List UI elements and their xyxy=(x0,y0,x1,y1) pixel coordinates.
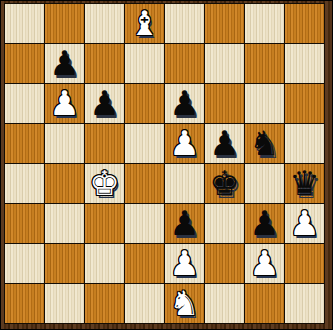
square-e2[interactable]: ♟ xyxy=(165,244,204,283)
square-f2[interactable] xyxy=(205,244,244,283)
square-h2[interactable] xyxy=(285,244,324,283)
square-a4[interactable] xyxy=(5,164,44,203)
square-e5[interactable]: ♟ xyxy=(165,124,204,163)
square-h7[interactable] xyxy=(285,44,324,83)
square-b4[interactable] xyxy=(45,164,84,203)
square-c5[interactable] xyxy=(85,124,124,163)
square-e4[interactable] xyxy=(165,164,204,203)
piece-white-pawn-g2: ♟ xyxy=(249,246,279,280)
square-f1[interactable] xyxy=(205,284,244,323)
square-a2[interactable] xyxy=(5,244,44,283)
square-h1[interactable] xyxy=(285,284,324,323)
piece-black-pawn-e6: ♟ xyxy=(169,86,199,120)
piece-white-knight-e1: ♞ xyxy=(169,286,199,320)
square-f5[interactable]: ♟ xyxy=(205,124,244,163)
square-h5[interactable] xyxy=(285,124,324,163)
square-g1[interactable] xyxy=(245,284,284,323)
square-c8[interactable] xyxy=(85,4,124,43)
square-d5[interactable] xyxy=(125,124,164,163)
square-f3[interactable] xyxy=(205,204,244,243)
piece-white-king-c4: ♚ xyxy=(89,166,119,200)
square-c3[interactable] xyxy=(85,204,124,243)
square-e7[interactable] xyxy=(165,44,204,83)
square-b1[interactable] xyxy=(45,284,84,323)
square-f4[interactable]: ♚ xyxy=(205,164,244,203)
square-b3[interactable] xyxy=(45,204,84,243)
piece-black-queen-h4: ♛ xyxy=(289,166,319,200)
square-b5[interactable] xyxy=(45,124,84,163)
square-h4[interactable]: ♛ xyxy=(285,164,324,203)
square-c2[interactable] xyxy=(85,244,124,283)
square-g4[interactable] xyxy=(245,164,284,203)
piece-black-king-f4: ♚ xyxy=(209,166,239,200)
piece-white-pawn-e5: ♟ xyxy=(169,126,199,160)
chess-board: ♝♟♟♟♟♟♟♞♚♚♛♟♟♟♟♟♞ xyxy=(4,3,325,324)
square-c7[interactable] xyxy=(85,44,124,83)
square-g2[interactable]: ♟ xyxy=(245,244,284,283)
square-a3[interactable] xyxy=(5,204,44,243)
square-b6[interactable]: ♟ xyxy=(45,84,84,123)
square-g3[interactable]: ♟ xyxy=(245,204,284,243)
square-a6[interactable] xyxy=(5,84,44,123)
square-g7[interactable] xyxy=(245,44,284,83)
square-c1[interactable] xyxy=(85,284,124,323)
square-d2[interactable] xyxy=(125,244,164,283)
piece-black-pawn-c6: ♟ xyxy=(89,86,119,120)
square-e6[interactable]: ♟ xyxy=(165,84,204,123)
square-a1[interactable] xyxy=(5,284,44,323)
square-c6[interactable]: ♟ xyxy=(85,84,124,123)
square-e8[interactable] xyxy=(165,4,204,43)
square-d6[interactable] xyxy=(125,84,164,123)
square-g8[interactable] xyxy=(245,4,284,43)
square-g5[interactable]: ♞ xyxy=(245,124,284,163)
square-b7[interactable]: ♟ xyxy=(45,44,84,83)
square-d1[interactable] xyxy=(125,284,164,323)
piece-black-knight-g5: ♞ xyxy=(249,126,279,160)
piece-white-bishop-d8: ♝ xyxy=(129,6,159,40)
square-f7[interactable] xyxy=(205,44,244,83)
square-d8[interactable]: ♝ xyxy=(125,4,164,43)
piece-black-pawn-b7: ♟ xyxy=(49,46,79,80)
square-e1[interactable]: ♞ xyxy=(165,284,204,323)
square-f6[interactable] xyxy=(205,84,244,123)
square-b8[interactable] xyxy=(45,4,84,43)
square-a7[interactable] xyxy=(5,44,44,83)
piece-black-pawn-f5: ♟ xyxy=(209,126,239,160)
square-d3[interactable] xyxy=(125,204,164,243)
piece-white-pawn-h3: ♟ xyxy=(289,206,319,240)
square-c4[interactable]: ♚ xyxy=(85,164,124,203)
square-f8[interactable] xyxy=(205,4,244,43)
square-d4[interactable] xyxy=(125,164,164,203)
piece-black-pawn-e3: ♟ xyxy=(169,206,199,240)
square-h8[interactable] xyxy=(285,4,324,43)
square-h3[interactable]: ♟ xyxy=(285,204,324,243)
square-b2[interactable] xyxy=(45,244,84,283)
square-a8[interactable] xyxy=(5,4,44,43)
square-a5[interactable] xyxy=(5,124,44,163)
square-e3[interactable]: ♟ xyxy=(165,204,204,243)
board-frame: ♝♟♟♟♟♟♟♞♚♚♛♟♟♟♟♟♞ xyxy=(0,0,333,330)
piece-white-pawn-e2: ♟ xyxy=(169,246,199,280)
square-g6[interactable] xyxy=(245,84,284,123)
square-h6[interactable] xyxy=(285,84,324,123)
square-d7[interactable] xyxy=(125,44,164,83)
piece-black-pawn-g3: ♟ xyxy=(249,206,279,240)
piece-white-pawn-b6: ♟ xyxy=(49,86,79,120)
